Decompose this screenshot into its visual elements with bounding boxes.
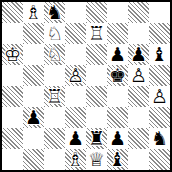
- square-g6[interactable]: ♟: [128, 44, 149, 65]
- square-g8[interactable]: [128, 2, 149, 23]
- square-b7[interactable]: [23, 23, 44, 44]
- square-c5[interactable]: [44, 65, 65, 86]
- square-e6[interactable]: [86, 44, 107, 65]
- square-g4[interactable]: [128, 86, 149, 107]
- square-d8[interactable]: [65, 2, 86, 23]
- black-pawn-piece: ♟: [109, 128, 126, 149]
- square-f2[interactable]: ♟: [107, 128, 128, 149]
- black-bishop-piece: ♝: [151, 44, 168, 65]
- square-e2[interactable]: ♜: [86, 128, 107, 149]
- black-pawn-piece: ♟: [109, 44, 126, 65]
- square-d4[interactable]: [65, 86, 86, 107]
- white-pawn-piece: ♙: [130, 65, 147, 86]
- square-c1[interactable]: [44, 149, 65, 170]
- square-h5[interactable]: [149, 65, 170, 86]
- black-king-piece: ♚: [109, 65, 126, 86]
- square-d6[interactable]: [65, 44, 86, 65]
- square-g5[interactable]: ♙: [128, 65, 149, 86]
- chess-board: ♗♞♘♖♔♘♟♟♝♙♚♙♖♙♟♟♜♟♞♗♕♝: [0, 0, 172, 172]
- square-d7[interactable]: [65, 23, 86, 44]
- black-pawn-piece: ♟: [130, 44, 147, 65]
- white-bishop-piece: ♗: [25, 2, 42, 23]
- square-h7[interactable]: [149, 23, 170, 44]
- square-d3[interactable]: [65, 107, 86, 128]
- square-h2[interactable]: ♞: [149, 128, 170, 149]
- square-f7[interactable]: [107, 23, 128, 44]
- square-c8[interactable]: ♞: [44, 2, 65, 23]
- square-a3[interactable]: [2, 107, 23, 128]
- square-a7[interactable]: [2, 23, 23, 44]
- square-e5[interactable]: [86, 65, 107, 86]
- square-a8[interactable]: [2, 2, 23, 23]
- black-knight-piece: ♞: [46, 2, 63, 23]
- square-f1[interactable]: ♝: [107, 149, 128, 170]
- square-c2[interactable]: [44, 128, 65, 149]
- square-e8[interactable]: [86, 2, 107, 23]
- chess-diagram: ♗♞♘♖♔♘♟♟♝♙♚♙♖♙♟♟♜♟♞♗♕♝: [0, 0, 172, 172]
- square-b3[interactable]: ♟: [23, 107, 44, 128]
- square-f5[interactable]: ♚: [107, 65, 128, 86]
- square-a1[interactable]: [2, 149, 23, 170]
- square-a5[interactable]: [2, 65, 23, 86]
- square-d2[interactable]: ♟: [65, 128, 86, 149]
- square-f6[interactable]: ♟: [107, 44, 128, 65]
- square-h4[interactable]: ♙: [149, 86, 170, 107]
- square-c6[interactable]: ♘: [44, 44, 65, 65]
- square-a2[interactable]: [2, 128, 23, 149]
- square-b1[interactable]: [23, 149, 44, 170]
- square-h8[interactable]: [149, 2, 170, 23]
- square-c4[interactable]: ♖: [44, 86, 65, 107]
- square-d1[interactable]: ♗: [65, 149, 86, 170]
- square-g2[interactable]: [128, 128, 149, 149]
- white-rook-piece: ♖: [88, 23, 105, 44]
- square-e7[interactable]: ♖: [86, 23, 107, 44]
- square-h1[interactable]: [149, 149, 170, 170]
- square-c3[interactable]: [44, 107, 65, 128]
- square-h6[interactable]: ♝: [149, 44, 170, 65]
- square-c7[interactable]: ♘: [44, 23, 65, 44]
- black-bishop-piece: ♝: [109, 149, 126, 170]
- square-g7[interactable]: [128, 23, 149, 44]
- square-h3[interactable]: [149, 107, 170, 128]
- square-e4[interactable]: [86, 86, 107, 107]
- square-e1[interactable]: ♕: [86, 149, 107, 170]
- square-b5[interactable]: [23, 65, 44, 86]
- square-e3[interactable]: [86, 107, 107, 128]
- square-b8[interactable]: ♗: [23, 2, 44, 23]
- square-a4[interactable]: [2, 86, 23, 107]
- white-pawn-piece: ♙: [67, 65, 84, 86]
- white-knight-piece: ♘: [46, 44, 63, 65]
- white-pawn-piece: ♙: [151, 86, 168, 107]
- square-f3[interactable]: [107, 107, 128, 128]
- square-f4[interactable]: [107, 86, 128, 107]
- square-g3[interactable]: [128, 107, 149, 128]
- square-a6[interactable]: ♔: [2, 44, 23, 65]
- white-king-piece: ♔: [4, 44, 21, 65]
- square-f8[interactable]: [107, 2, 128, 23]
- white-queen-piece: ♕: [88, 149, 105, 170]
- black-knight-piece: ♞: [151, 128, 168, 149]
- square-b4[interactable]: [23, 86, 44, 107]
- black-pawn-piece: ♟: [25, 107, 42, 128]
- square-b2[interactable]: [23, 128, 44, 149]
- black-pawn-piece: ♟: [67, 128, 84, 149]
- square-b6[interactable]: [23, 44, 44, 65]
- white-knight-piece: ♘: [46, 23, 63, 44]
- black-rook-piece: ♜: [88, 128, 105, 149]
- square-g1[interactable]: [128, 149, 149, 170]
- white-bishop-piece: ♗: [67, 149, 84, 170]
- square-d5[interactable]: ♙: [65, 65, 86, 86]
- white-rook-piece: ♖: [46, 86, 63, 107]
